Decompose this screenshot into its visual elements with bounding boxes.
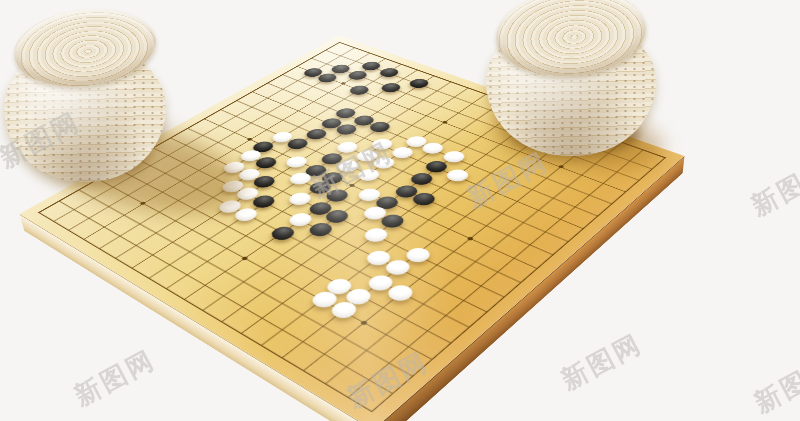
white-stone[interactable] bbox=[284, 211, 315, 229]
star-point bbox=[360, 320, 368, 325]
star-point bbox=[348, 183, 355, 187]
star-point bbox=[441, 121, 448, 124]
black-stone[interactable] bbox=[303, 127, 331, 141]
white-stone[interactable] bbox=[364, 272, 397, 293]
white-stone[interactable] bbox=[443, 168, 473, 184]
star-point bbox=[140, 201, 147, 205]
black-stone[interactable] bbox=[376, 67, 401, 79]
white-stone[interactable] bbox=[231, 206, 261, 224]
white-stone[interactable] bbox=[342, 286, 376, 308]
white-stone[interactable] bbox=[383, 282, 417, 304]
star-point bbox=[340, 82, 346, 85]
black-stone[interactable] bbox=[378, 81, 404, 94]
black-stone[interactable] bbox=[322, 208, 353, 226]
white-stone[interactable] bbox=[327, 299, 361, 321]
black-stone[interactable] bbox=[322, 187, 352, 204]
star-point bbox=[241, 256, 249, 261]
white-stone[interactable] bbox=[355, 186, 385, 203]
black-stone[interactable] bbox=[249, 193, 279, 210]
white-stone[interactable] bbox=[215, 198, 245, 215]
watermark-tile: 新图网 bbox=[745, 152, 800, 224]
star-point bbox=[247, 138, 254, 141]
stone-bowl-right[interactable] bbox=[484, 0, 658, 156]
black-stone[interactable] bbox=[267, 224, 298, 243]
photo-stage: 新图网新图网新图网新图网新图网新图网新图网新图网 bbox=[0, 0, 800, 421]
stone-bowl-left[interactable] bbox=[4, 10, 166, 182]
white-stone[interactable] bbox=[359, 204, 390, 222]
black-stone[interactable] bbox=[406, 77, 432, 90]
black-stone[interactable] bbox=[392, 183, 422, 200]
black-stone[interactable] bbox=[305, 200, 335, 217]
white-stone[interactable] bbox=[361, 226, 393, 245]
star-point bbox=[557, 165, 564, 169]
star-point bbox=[466, 236, 474, 241]
white-stone[interactable] bbox=[285, 190, 315, 207]
white-stone[interactable] bbox=[323, 276, 356, 297]
white-stone[interactable] bbox=[402, 245, 434, 265]
watermark-tile: 新图网 bbox=[68, 342, 161, 414]
white-stone[interactable] bbox=[381, 258, 414, 278]
watermark-tile: 新图网 bbox=[748, 349, 800, 421]
black-stone[interactable] bbox=[409, 191, 439, 208]
watermark-tile: 新图网 bbox=[555, 326, 648, 398]
black-stone[interactable] bbox=[377, 212, 408, 230]
black-stone[interactable] bbox=[407, 171, 437, 187]
black-stone[interactable] bbox=[345, 69, 370, 81]
black-stone[interactable] bbox=[305, 221, 336, 239]
black-stone[interactable] bbox=[346, 84, 372, 97]
white-stone[interactable] bbox=[362, 248, 394, 268]
white-stone[interactable] bbox=[308, 289, 342, 311]
white-stone[interactable] bbox=[354, 167, 383, 183]
black-stone[interactable] bbox=[372, 194, 402, 211]
